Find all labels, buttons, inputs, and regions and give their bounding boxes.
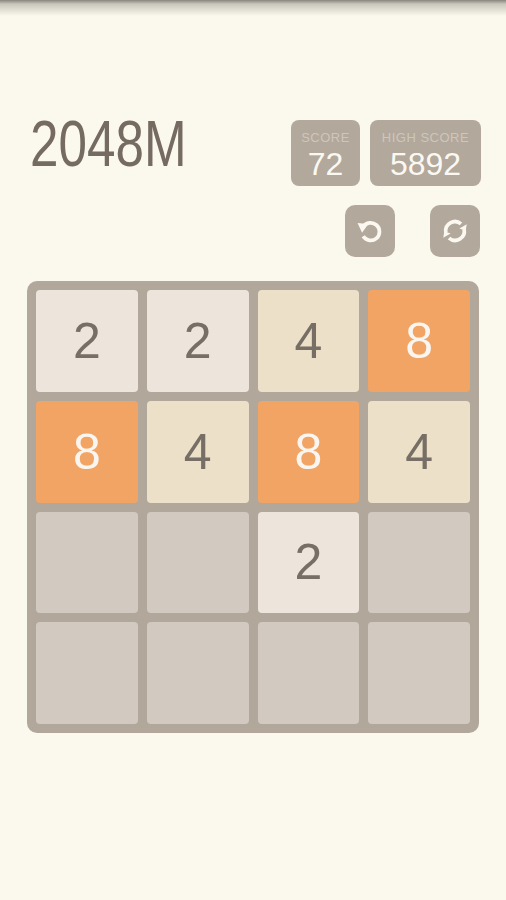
high-score-box: HIGH SCORE 5892 [370,120,481,186]
high-score-value: 5892 [390,146,461,182]
high-score-label: HIGH SCORE [382,130,469,145]
page-title: 2048M [30,112,187,176]
empty-cell-r4c4 [368,622,470,724]
tile-8-r2c1: 8 [36,401,138,503]
empty-cell-r3c4 [368,512,470,614]
empty-cell-r4c2 [147,622,249,724]
empty-cell-r4c3 [258,622,360,724]
score-box: SCORE 72 [291,120,360,186]
undo-icon [354,215,386,247]
tile-4-r1c3: 4 [258,290,360,392]
refresh-icon [439,215,471,247]
status-bar-shadow [0,0,506,16]
tile-2-r3c3: 2 [258,512,360,614]
tile-2-r1c2: 2 [147,290,249,392]
restart-button[interactable] [430,205,480,257]
tile-8-r2c3: 8 [258,401,360,503]
tile-4-r2c2: 4 [147,401,249,503]
empty-cell-r3c1 [36,512,138,614]
tile-4-r2c4: 4 [368,401,470,503]
score-value: 72 [308,146,344,182]
undo-button[interactable] [345,205,395,257]
tile-8-r1c4: 8 [368,290,470,392]
game-board[interactable]: 224884842 [27,281,479,733]
empty-cell-r3c2 [147,512,249,614]
score-label: SCORE [301,130,350,145]
empty-cell-r4c1 [36,622,138,724]
tile-2-r1c1: 2 [36,290,138,392]
